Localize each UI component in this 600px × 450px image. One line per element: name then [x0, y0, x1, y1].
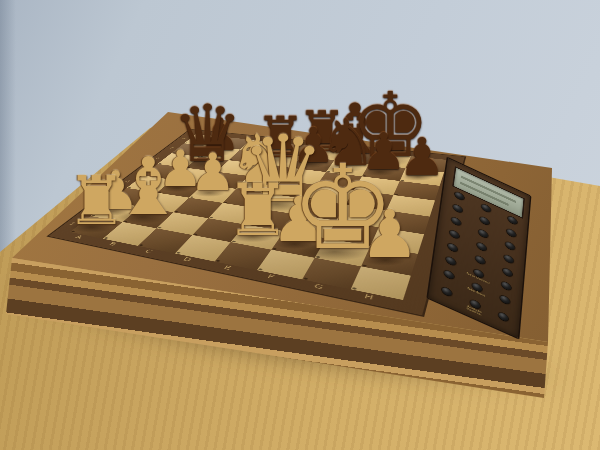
white-rook-a1[interactable]: ♜ [66, 168, 126, 235]
file-label-H: H [363, 293, 374, 301]
panel-button-r1c1[interactable] [455, 191, 465, 201]
panel-button-r1c3[interactable] [508, 215, 518, 225]
file-label-B: B [107, 241, 118, 247]
panel-button-r8c3[interactable] [498, 311, 508, 322]
file-label-C: C [143, 248, 154, 254]
panel-button-r8c1[interactable] [442, 286, 453, 297]
black-pawn-h7[interactable]: ♟ [399, 131, 446, 183]
panel-button-r7c1[interactable] [444, 269, 454, 280]
panel-button-r5c1[interactable] [448, 242, 458, 252]
file-label-E: E [222, 264, 232, 271]
file-label-F: F [266, 273, 276, 280]
panel-button-r7c3[interactable] [500, 294, 510, 305]
panel-button-r4c3[interactable] [504, 254, 514, 264]
scene: ABCDEFGH 12345678 Time ControlTake BackA… [0, 0, 600, 450]
panel-button-r6c3[interactable] [501, 281, 511, 292]
panel-button-r5c2[interactable] [475, 255, 485, 265]
panel-button-r1c2[interactable] [481, 203, 491, 213]
file-label-D: D [182, 256, 193, 263]
white-pawn-h2[interactable]: ♟ [360, 202, 419, 268]
panel-button-r5c3[interactable] [503, 267, 513, 277]
file-label-G: G [313, 283, 325, 291]
panel-button-r6c1[interactable] [446, 256, 456, 267]
